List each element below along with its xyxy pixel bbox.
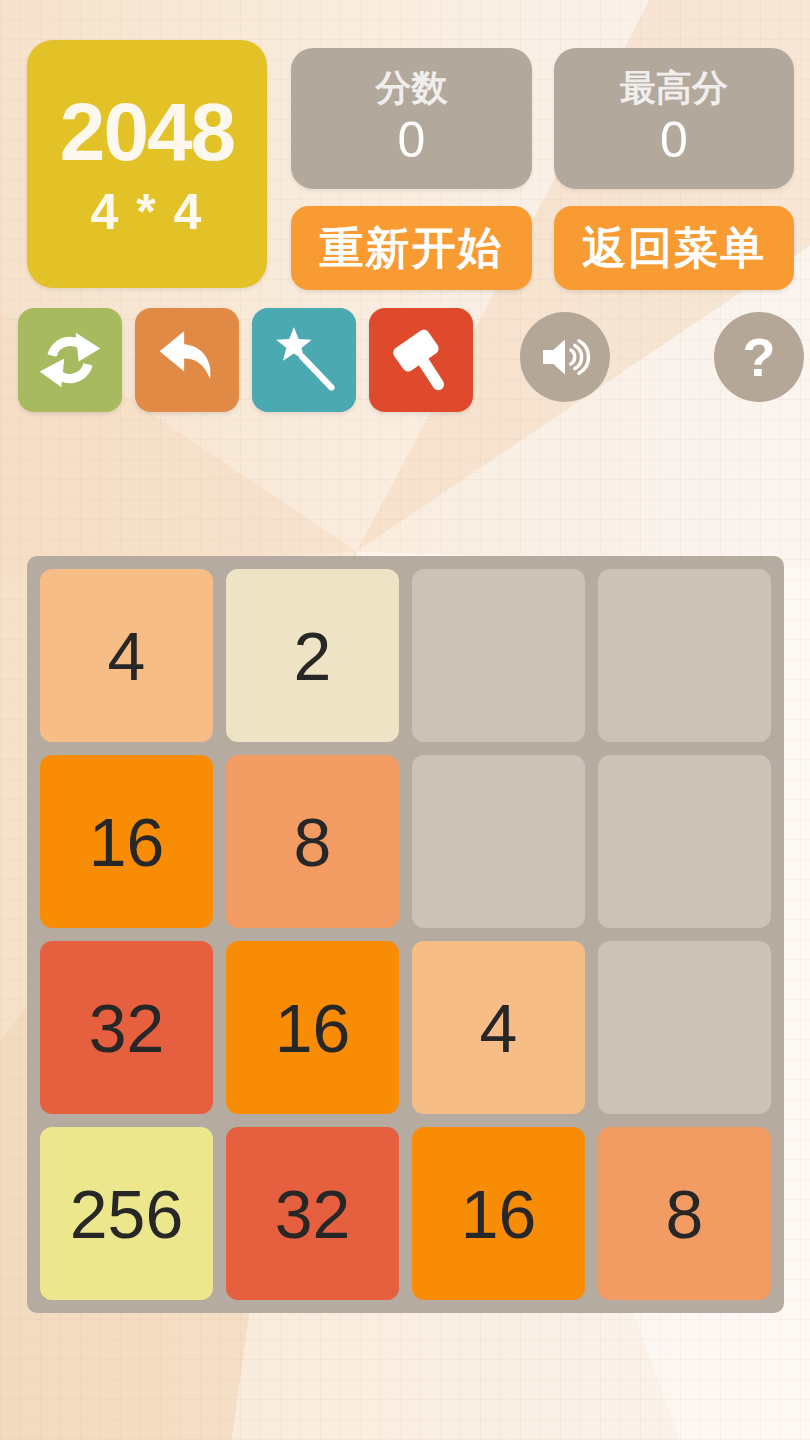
- magic-wand-button[interactable]: [252, 308, 356, 412]
- score-box: 分数 0: [291, 48, 532, 189]
- tile-32: 32: [40, 941, 213, 1114]
- refresh-button[interactable]: [18, 308, 122, 412]
- tile-16: 16: [40, 755, 213, 928]
- empty-cell: [598, 569, 771, 742]
- board[interactable]: 421683216425632168: [27, 556, 784, 1313]
- tile-8: 8: [598, 1127, 771, 1300]
- tile-4: 4: [412, 941, 585, 1114]
- refresh-icon: [34, 324, 106, 396]
- undo-icon: [151, 324, 223, 396]
- restart-button[interactable]: 重新开始: [291, 206, 532, 290]
- best-score-value: 0: [660, 112, 688, 170]
- help-button[interactable]: ?: [714, 312, 804, 402]
- score-label: 分数: [376, 68, 448, 108]
- logo-subtitle: 4 * 4: [91, 187, 204, 237]
- tile-16: 16: [226, 941, 399, 1114]
- empty-cell: [412, 755, 585, 928]
- score-value: 0: [398, 112, 426, 170]
- hammer-icon: [385, 324, 457, 396]
- back-to-menu-button[interactable]: 返回菜单: [554, 206, 794, 290]
- best-score-label: 最高分: [620, 68, 728, 108]
- question-mark-icon: ?: [743, 330, 776, 384]
- tile-32: 32: [226, 1127, 399, 1300]
- logo-tile: 2048 4 * 4: [27, 40, 267, 288]
- empty-cell: [598, 755, 771, 928]
- empty-cell: [598, 941, 771, 1114]
- best-score-box: 最高分 0: [554, 48, 794, 189]
- empty-cell: [412, 569, 585, 742]
- tile-4: 4: [40, 569, 213, 742]
- game-screen: 2048 4 * 4 分数 0 最高分 0 重新开始 返回菜单: [0, 0, 810, 1440]
- tile-2: 2: [226, 569, 399, 742]
- magic-wand-icon: [268, 324, 340, 396]
- hammer-button[interactable]: [369, 308, 473, 412]
- speaker-icon: [536, 328, 594, 386]
- board-grid[interactable]: 421683216425632168: [40, 569, 771, 1300]
- tile-8: 8: [226, 755, 399, 928]
- tile-16: 16: [412, 1127, 585, 1300]
- sound-button[interactable]: [520, 312, 610, 402]
- logo-title: 2048: [60, 91, 234, 173]
- tile-256: 256: [40, 1127, 213, 1300]
- undo-button[interactable]: [135, 308, 239, 412]
